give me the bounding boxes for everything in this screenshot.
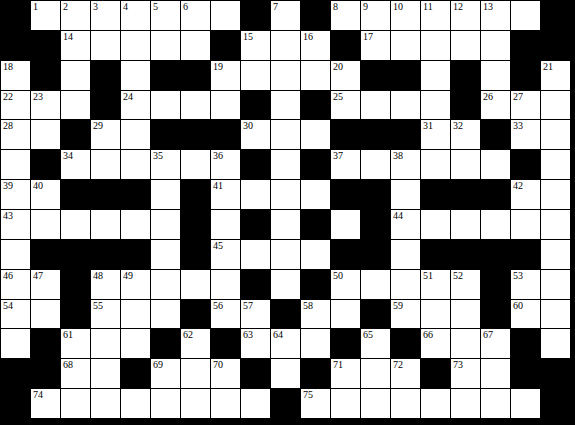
clue-number: 7: [273, 1, 278, 12]
grid-cell[interactable]: [121, 329, 151, 359]
black-cell: [241, 359, 271, 389]
clue-number: 47: [33, 270, 43, 281]
clue-number: 43: [3, 210, 13, 221]
black-cell: [361, 240, 391, 270]
grid-cell[interactable]: 26: [481, 91, 511, 121]
black-cell: [211, 329, 241, 359]
clue-number: 16: [303, 31, 313, 42]
clue-number: 21: [543, 61, 553, 72]
grid-cell[interactable]: [481, 150, 511, 180]
grid-cell[interactable]: [541, 180, 571, 210]
grid-cell[interactable]: [451, 300, 481, 330]
black-cell: [301, 270, 331, 300]
black-cell: [481, 240, 511, 270]
clue-number: 67: [483, 329, 493, 340]
clue-number: 44: [393, 210, 403, 221]
grid-cell[interactable]: 60: [511, 300, 541, 330]
grid-cell[interactable]: [361, 389, 391, 419]
grid-cell[interactable]: [121, 300, 151, 330]
black-cell: [361, 120, 391, 150]
clue-number: 27: [513, 91, 523, 102]
grid-cell[interactable]: [421, 61, 451, 91]
clue-number: 8: [333, 1, 338, 12]
grid-cell[interactable]: 29: [91, 120, 121, 150]
clue-number: 12: [453, 1, 463, 12]
grid-cell[interactable]: 74: [31, 389, 61, 419]
grid-cell[interactable]: 38: [391, 150, 421, 180]
clue-number: 1: [33, 1, 38, 12]
grid-cell[interactable]: 14: [61, 31, 91, 61]
grid-cell[interactable]: [361, 359, 391, 389]
clue-number: 9: [363, 1, 368, 12]
grid-cell[interactable]: [421, 91, 451, 121]
grid-cell[interactable]: 13: [481, 1, 511, 31]
grid-cell[interactable]: 3: [91, 1, 121, 31]
grid-cell[interactable]: [541, 210, 571, 240]
clue-number: 19: [213, 61, 223, 72]
clue-number: 72: [393, 359, 403, 370]
clue-number: 20: [333, 61, 343, 72]
grid-cell[interactable]: [421, 300, 451, 330]
grid-cell[interactable]: [541, 329, 571, 359]
grid-cell[interactable]: [361, 270, 391, 300]
grid-cell[interactable]: [91, 389, 121, 419]
clue-number: 56: [213, 300, 223, 311]
grid-cell[interactable]: 5: [151, 1, 181, 31]
grid-cell[interactable]: [331, 300, 361, 330]
grid-cell[interactable]: 41: [211, 180, 241, 210]
grid-cell[interactable]: [391, 270, 421, 300]
grid-cell[interactable]: [511, 389, 541, 419]
grid-cell[interactable]: 45: [211, 240, 241, 270]
black-cell: [61, 240, 91, 270]
clue-number: 62: [183, 329, 193, 340]
grid-cell[interactable]: [391, 240, 421, 270]
black-cell: [331, 120, 361, 150]
grid-cell[interactable]: [121, 31, 151, 61]
grid-cell[interactable]: [121, 61, 151, 91]
clue-number: 49: [123, 270, 133, 281]
grid-cell[interactable]: [1, 240, 31, 270]
black-cell: [301, 1, 331, 31]
grid-cell[interactable]: [271, 31, 301, 61]
black-cell: [151, 61, 181, 91]
grid-cell[interactable]: [121, 210, 151, 240]
grid-cell[interactable]: [151, 210, 181, 240]
grid-cell[interactable]: 33: [511, 120, 541, 150]
clue-number: 52: [453, 270, 463, 281]
grid-cell[interactable]: 43: [1, 210, 31, 240]
grid-cell[interactable]: 67: [481, 329, 511, 359]
black-cell: [121, 180, 151, 210]
grid-cell[interactable]: [391, 91, 421, 121]
grid-cell[interactable]: 37: [331, 150, 361, 180]
grid-cell[interactable]: [301, 329, 331, 359]
grid-cell[interactable]: [541, 120, 571, 150]
grid-cell[interactable]: 71: [331, 359, 361, 389]
black-cell: [481, 270, 511, 300]
grid-cell[interactable]: [271, 210, 301, 240]
black-cell: [181, 180, 211, 210]
grid-cell[interactable]: [421, 31, 451, 61]
grid-cell[interactable]: 52: [451, 270, 481, 300]
black-cell: [181, 240, 211, 270]
clue-number: 6: [183, 1, 188, 12]
grid-cell[interactable]: [91, 329, 121, 359]
grid-cell[interactable]: 46: [1, 270, 31, 300]
black-cell: [511, 329, 541, 359]
black-cell: [451, 61, 481, 91]
grid-cell[interactable]: [211, 91, 241, 121]
grid-cell[interactable]: [421, 210, 451, 240]
grid-cell[interactable]: 57: [241, 300, 271, 330]
clue-number: 41: [213, 180, 223, 191]
clue-number: 57: [243, 300, 253, 311]
grid-cell[interactable]: 47: [31, 270, 61, 300]
grid-cell[interactable]: 4: [121, 1, 151, 31]
grid-cell[interactable]: [541, 300, 571, 330]
grid-cell[interactable]: [121, 389, 151, 419]
grid-cell[interactable]: [301, 61, 331, 91]
grid-cell[interactable]: 58: [301, 300, 331, 330]
black-cell: [301, 150, 331, 180]
grid-cell[interactable]: 61: [61, 329, 91, 359]
grid-cell[interactable]: 54: [1, 300, 31, 330]
grid-cell[interactable]: [481, 61, 511, 91]
grid-cell[interactable]: [91, 210, 121, 240]
black-cell: [91, 180, 121, 210]
grid-cell[interactable]: 6: [181, 1, 211, 31]
grid-cell[interactable]: [271, 120, 301, 150]
grid-cell[interactable]: 16: [301, 31, 331, 61]
grid-cell[interactable]: [541, 270, 571, 300]
black-cell: [211, 120, 241, 150]
black-cell: [181, 61, 211, 91]
grid-cell[interactable]: [181, 389, 211, 419]
black-cell: [541, 1, 571, 31]
grid-cell[interactable]: [361, 91, 391, 121]
grid-cell[interactable]: [541, 240, 571, 270]
black-cell: [241, 1, 271, 31]
grid-cell[interactable]: [451, 329, 481, 359]
grid-cell[interactable]: [271, 359, 301, 389]
clue-number: 36: [213, 150, 223, 161]
grid-cell[interactable]: [211, 389, 241, 419]
black-cell: [361, 61, 391, 91]
grid-cell[interactable]: [61, 91, 91, 121]
grid-cell[interactable]: [301, 180, 331, 210]
grid-cell[interactable]: 31: [421, 120, 451, 150]
grid-cell[interactable]: [481, 31, 511, 61]
grid-cell[interactable]: [421, 389, 451, 419]
clue-number: 32: [453, 120, 463, 131]
grid-cell[interactable]: [541, 150, 571, 180]
black-cell: [421, 180, 451, 210]
grid-cell[interactable]: [1, 150, 31, 180]
grid-cell[interactable]: 18: [1, 61, 31, 91]
grid-cell[interactable]: [61, 389, 91, 419]
grid-cell[interactable]: [241, 240, 271, 270]
grid-cell[interactable]: 35: [151, 150, 181, 180]
black-cell: [31, 150, 61, 180]
black-cell: [61, 270, 91, 300]
grid-cell[interactable]: 44: [391, 210, 421, 240]
clue-number: 66: [423, 329, 433, 340]
grid-cell[interactable]: 30: [241, 120, 271, 150]
grid-cell[interactable]: 36: [211, 150, 241, 180]
grid-cell[interactable]: 32: [451, 120, 481, 150]
clue-number: 10: [393, 1, 403, 12]
grid-cell[interactable]: 72: [391, 359, 421, 389]
grid-cell[interactable]: 55: [91, 300, 121, 330]
grid-cell[interactable]: [271, 150, 301, 180]
grid-cell[interactable]: 62: [181, 329, 211, 359]
grid-cell[interactable]: 69: [151, 359, 181, 389]
black-cell: [1, 1, 31, 31]
clue-number: 22: [3, 91, 13, 102]
black-cell: [91, 61, 121, 91]
grid-cell[interactable]: [31, 210, 61, 240]
black-cell: [61, 180, 91, 210]
grid-cell[interactable]: [451, 150, 481, 180]
black-cell: [541, 31, 571, 61]
clue-number: 23: [33, 91, 43, 102]
grid-cell[interactable]: 63: [241, 329, 271, 359]
grid-cell[interactable]: [271, 61, 301, 91]
grid-cell[interactable]: [61, 210, 91, 240]
grid-cell[interactable]: 10: [391, 1, 421, 31]
grid-cell[interactable]: 59: [391, 300, 421, 330]
black-cell: [391, 120, 421, 150]
grid-cell[interactable]: [541, 91, 571, 121]
grid-cell[interactable]: [391, 180, 421, 210]
grid-cell[interactable]: [61, 61, 91, 91]
grid-cell[interactable]: [481, 210, 511, 240]
grid-cell[interactable]: [511, 1, 541, 31]
grid-cell[interactable]: 28: [1, 120, 31, 150]
black-cell: [391, 329, 421, 359]
black-cell: [451, 240, 481, 270]
grid-cell[interactable]: 70: [211, 359, 241, 389]
grid-cell[interactable]: [271, 180, 301, 210]
grid-cell[interactable]: [211, 210, 241, 240]
grid-cell[interactable]: 11: [421, 1, 451, 31]
grid-cell[interactable]: 15: [241, 31, 271, 61]
black-cell: [481, 120, 511, 150]
clue-number: 46: [3, 270, 13, 281]
grid-cell[interactable]: [271, 240, 301, 270]
grid-cell[interactable]: 17: [361, 31, 391, 61]
crossword-board: 1234567891011121314151617181920212223242…: [0, 0, 575, 425]
black-cell: [361, 180, 391, 210]
black-cell: [451, 91, 481, 121]
grid-cell[interactable]: 19: [211, 61, 241, 91]
grid-cell[interactable]: [361, 150, 391, 180]
black-cell: [481, 300, 511, 330]
black-cell: [31, 61, 61, 91]
grid-cell[interactable]: [451, 389, 481, 419]
clue-number: 50: [333, 270, 343, 281]
grid-cell[interactable]: [31, 300, 61, 330]
grid-cell[interactable]: 27: [511, 91, 541, 121]
clue-number: 63: [243, 329, 253, 340]
grid-cell[interactable]: 49: [121, 270, 151, 300]
grid-cell[interactable]: [1, 329, 31, 359]
grid-cell[interactable]: [151, 240, 181, 270]
clue-number: 34: [63, 150, 73, 161]
black-cell: [121, 359, 151, 389]
grid-cell[interactable]: [301, 240, 331, 270]
grid-cell[interactable]: [151, 91, 181, 121]
grid-cell[interactable]: 68: [61, 359, 91, 389]
clue-number: 24: [123, 91, 133, 102]
black-cell: [31, 240, 61, 270]
black-cell: [511, 61, 541, 91]
clue-number: 26: [483, 91, 493, 102]
clue-number: 14: [63, 31, 73, 42]
clue-number: 51: [423, 270, 433, 281]
grid-cell[interactable]: 66: [421, 329, 451, 359]
crossword-grid: 1234567891011121314151617181920212223242…: [0, 0, 571, 419]
black-cell: [31, 359, 61, 389]
black-cell: [361, 300, 391, 330]
grid-cell[interactable]: 65: [361, 329, 391, 359]
grid-cell[interactable]: 40: [31, 180, 61, 210]
black-cell: [301, 91, 331, 121]
grid-cell[interactable]: [241, 389, 271, 419]
grid-cell[interactable]: 2: [61, 1, 91, 31]
clue-number: 35: [153, 150, 163, 161]
grid-cell[interactable]: 56: [211, 300, 241, 330]
black-cell: [451, 180, 481, 210]
clue-number: 70: [213, 359, 223, 370]
grid-cell[interactable]: [211, 270, 241, 300]
grid-cell[interactable]: [331, 389, 361, 419]
grid-cell[interactable]: [181, 91, 211, 121]
grid-cell[interactable]: [151, 180, 181, 210]
clue-number: 64: [273, 329, 283, 340]
clue-number: 37: [333, 150, 343, 161]
clue-number: 3: [93, 1, 98, 12]
grid-cell[interactable]: 21: [541, 61, 571, 91]
grid-cell[interactable]: [181, 150, 211, 180]
grid-cell[interactable]: [181, 270, 211, 300]
grid-cell[interactable]: 39: [1, 180, 31, 210]
clue-number: 73: [453, 359, 463, 370]
grid-cell[interactable]: [121, 150, 151, 180]
black-cell: [511, 150, 541, 180]
grid-cell[interactable]: 23: [31, 91, 61, 121]
clue-number: 30: [243, 120, 253, 131]
black-cell: [181, 120, 211, 150]
grid-cell[interactable]: [151, 31, 181, 61]
grid-cell[interactable]: 20: [331, 61, 361, 91]
grid-cell[interactable]: [331, 210, 361, 240]
grid-cell[interactable]: 34: [61, 150, 91, 180]
black-cell: [91, 91, 121, 121]
black-cell: [121, 240, 151, 270]
black-cell: [301, 359, 331, 389]
grid-cell[interactable]: 9: [361, 1, 391, 31]
clue-number: 54: [3, 300, 13, 311]
grid-cell[interactable]: [271, 270, 301, 300]
grid-cell[interactable]: [271, 91, 301, 121]
grid-cell[interactable]: [151, 300, 181, 330]
grid-cell[interactable]: [181, 359, 211, 389]
clue-number: 25: [333, 91, 343, 102]
grid-cell[interactable]: 64: [271, 329, 301, 359]
grid-cell[interactable]: [121, 120, 151, 150]
grid-cell[interactable]: [451, 210, 481, 240]
clue-number: 13: [483, 1, 493, 12]
clue-number: 74: [33, 389, 43, 400]
clue-number: 38: [393, 150, 403, 161]
grid-cell[interactable]: [91, 359, 121, 389]
clue-number: 4: [123, 1, 128, 12]
grid-cell[interactable]: [481, 359, 511, 389]
clue-number: 31: [423, 120, 433, 131]
grid-cell[interactable]: [241, 180, 271, 210]
grid-cell[interactable]: 53: [511, 270, 541, 300]
grid-cell[interactable]: 50: [331, 270, 361, 300]
black-cell: [271, 300, 301, 330]
grid-cell[interactable]: 48: [91, 270, 121, 300]
grid-cell[interactable]: 51: [421, 270, 451, 300]
grid-cell[interactable]: 42: [511, 180, 541, 210]
grid-cell[interactable]: 8: [331, 1, 361, 31]
grid-cell[interactable]: [241, 61, 271, 91]
black-cell: [31, 31, 61, 61]
grid-cell[interactable]: [91, 150, 121, 180]
black-cell: [1, 359, 31, 389]
grid-cell[interactable]: [31, 120, 61, 150]
grid-cell[interactable]: 1: [31, 1, 61, 31]
grid-cell[interactable]: [421, 150, 451, 180]
grid-cell[interactable]: [451, 31, 481, 61]
grid-cell[interactable]: 12: [451, 1, 481, 31]
grid-cell[interactable]: 22: [1, 91, 31, 121]
black-cell: [361, 210, 391, 240]
black-cell: [421, 240, 451, 270]
grid-cell[interactable]: 73: [451, 359, 481, 389]
grid-cell[interactable]: 7: [271, 1, 301, 31]
grid-cell[interactable]: [301, 120, 331, 150]
grid-cell[interactable]: [211, 1, 241, 31]
clue-number: 39: [3, 180, 13, 191]
black-cell: [331, 240, 361, 270]
black-cell: [391, 61, 421, 91]
grid-cell[interactable]: 25: [331, 91, 361, 121]
grid-cell[interactable]: [391, 389, 421, 419]
clue-number: 55: [93, 300, 103, 311]
grid-cell[interactable]: [481, 389, 511, 419]
grid-cell[interactable]: 24: [121, 91, 151, 121]
clue-number: 42: [513, 180, 523, 191]
clue-number: 58: [303, 300, 313, 311]
grid-cell[interactable]: [151, 270, 181, 300]
black-cell: [151, 329, 181, 359]
black-cell: [331, 329, 361, 359]
grid-cell[interactable]: [511, 210, 541, 240]
grid-cell[interactable]: [391, 31, 421, 61]
black-cell: [511, 240, 541, 270]
grid-cell[interactable]: [181, 31, 211, 61]
grid-cell[interactable]: [151, 389, 181, 419]
black-cell: [541, 389, 571, 419]
black-cell: [331, 180, 361, 210]
grid-cell[interactable]: [91, 31, 121, 61]
grid-cell[interactable]: 75: [301, 389, 331, 419]
